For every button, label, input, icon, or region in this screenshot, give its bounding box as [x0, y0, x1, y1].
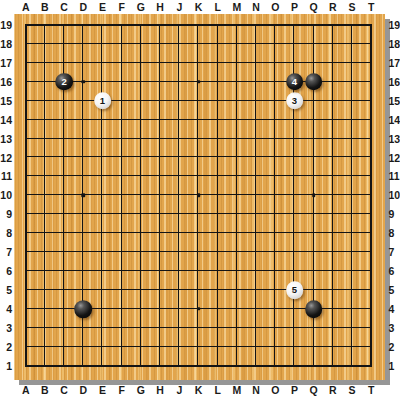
board-cell	[63, 119, 82, 138]
coord-top-L: L	[214, 1, 220, 13]
board-cell	[178, 43, 197, 62]
coord-right-1: 1	[389, 360, 395, 372]
board-cell	[25, 119, 44, 138]
board-cell	[82, 270, 101, 289]
board-cell	[82, 251, 101, 270]
board-cell	[140, 43, 159, 62]
board-cell	[274, 232, 293, 251]
coord-top-H: H	[156, 1, 164, 13]
board-cell	[25, 43, 44, 62]
board-cell	[197, 175, 216, 194]
board-cell	[140, 346, 159, 365]
coord-left-5: 5	[0, 284, 12, 296]
board-cell	[121, 81, 140, 100]
stone-move-number: 1	[100, 96, 105, 106]
board-cell	[236, 156, 255, 175]
board-cell	[101, 156, 120, 175]
board-cell	[178, 213, 197, 232]
board-cell	[82, 119, 101, 138]
board-cell	[313, 194, 332, 213]
board-cell	[217, 100, 236, 119]
coord-left-9: 9	[0, 208, 12, 220]
coord-right-5: 5	[389, 284, 395, 296]
board-cell	[140, 138, 159, 157]
go-diagram: AABBCCDDEEFFGGHHJJKKLLMMNNOOPPQQRRSSTT19…	[0, 0, 400, 400]
board-cell	[178, 327, 197, 346]
board-cell	[159, 119, 178, 138]
board-cell	[332, 270, 351, 289]
coord-bottom-M: M	[233, 384, 242, 396]
coord-bottom-K: K	[195, 384, 203, 396]
board-cell	[197, 232, 216, 251]
coord-top-T: T	[368, 1, 374, 13]
board-cell	[351, 100, 370, 119]
coord-left-14: 14	[0, 114, 12, 126]
board-cell	[313, 232, 332, 251]
board-cell	[351, 138, 370, 157]
board-cell	[159, 270, 178, 289]
board-cell	[82, 43, 101, 62]
board-cell	[197, 194, 216, 213]
board-cell	[255, 270, 274, 289]
board-cell	[332, 43, 351, 62]
coord-bottom-P: P	[291, 384, 298, 396]
coord-left-16: 16	[0, 76, 12, 88]
star-point-K4	[197, 307, 201, 311]
board-cell	[140, 81, 159, 100]
board-cell	[255, 119, 274, 138]
board-cell	[159, 232, 178, 251]
board-cell	[351, 81, 370, 100]
board-cell	[255, 194, 274, 213]
board-cell	[293, 194, 312, 213]
board-cell	[159, 81, 178, 100]
board-cell	[178, 119, 197, 138]
board-cell	[121, 100, 140, 119]
board-cell	[197, 156, 216, 175]
board-cell	[178, 156, 197, 175]
board-cell	[44, 346, 63, 365]
board-cell	[255, 62, 274, 81]
stone-white-P15[interactable]: 3	[286, 92, 304, 110]
board-cell	[332, 251, 351, 270]
board-cell	[293, 138, 312, 157]
board-cell	[255, 24, 274, 43]
coord-top-Q: Q	[310, 1, 318, 13]
board-cell	[82, 327, 101, 346]
board-cell	[255, 232, 274, 251]
board-cell	[351, 346, 370, 365]
coord-left-7: 7	[0, 246, 12, 258]
board-cell	[140, 24, 159, 43]
board-cell	[217, 43, 236, 62]
board-cell	[197, 289, 216, 308]
board-cell	[63, 138, 82, 157]
board-cell	[159, 194, 178, 213]
board-cell	[159, 62, 178, 81]
coord-right-12: 12	[389, 152, 400, 164]
coord-right-4: 4	[389, 303, 395, 315]
board-cell	[332, 156, 351, 175]
board-cell	[197, 346, 216, 365]
coord-bottom-S: S	[349, 384, 356, 396]
board-cell	[25, 289, 44, 308]
stone-white-E15[interactable]: 1	[94, 92, 112, 110]
board-cell	[159, 213, 178, 232]
board-cell	[217, 308, 236, 327]
stone-black-D4[interactable]	[75, 300, 93, 318]
board-cell	[101, 194, 120, 213]
board-cell	[274, 24, 293, 43]
board-cell	[121, 308, 140, 327]
board-cell	[63, 270, 82, 289]
coord-left-11: 11	[0, 170, 12, 182]
board-cell	[178, 81, 197, 100]
board-cell	[293, 213, 312, 232]
board-cell	[313, 213, 332, 232]
board-cell	[178, 24, 197, 43]
board-cell	[236, 289, 255, 308]
coord-right-16: 16	[389, 76, 400, 88]
board-cell	[197, 270, 216, 289]
board-cell	[178, 138, 197, 157]
coord-top-R: R	[329, 1, 337, 13]
board-cell	[293, 119, 312, 138]
board-cell	[351, 62, 370, 81]
board-cell	[101, 62, 120, 81]
board-cell	[274, 346, 293, 365]
coord-bottom-L: L	[214, 384, 220, 396]
coord-top-O: O	[271, 1, 279, 13]
board-cell	[332, 24, 351, 43]
board-cell	[121, 289, 140, 308]
board-cell	[332, 308, 351, 327]
board-cell	[82, 213, 101, 232]
coord-top-B: B	[41, 1, 49, 13]
board-cell	[44, 175, 63, 194]
coord-left-8: 8	[0, 227, 12, 239]
board-cell	[140, 100, 159, 119]
board-cell	[293, 327, 312, 346]
board-cell	[351, 43, 370, 62]
board-cell	[159, 289, 178, 308]
board-cell	[44, 24, 63, 43]
board-cell	[121, 194, 140, 213]
board-cell	[351, 156, 370, 175]
coord-top-A: A	[22, 1, 30, 13]
coord-top-E: E	[99, 1, 106, 13]
board-cell	[217, 327, 236, 346]
coord-top-M: M	[233, 1, 242, 13]
board-cell	[255, 308, 274, 327]
coord-top-N: N	[252, 1, 260, 13]
board-cell	[197, 24, 216, 43]
coord-left-2: 2	[0, 341, 12, 353]
stone-black-C16[interactable]: 2	[55, 73, 73, 91]
board-cell	[63, 156, 82, 175]
board-cell	[25, 213, 44, 232]
board-cell	[140, 251, 159, 270]
coord-right-17: 17	[389, 57, 400, 69]
board-cell	[236, 62, 255, 81]
coord-bottom-E: E	[99, 384, 106, 396]
coord-top-C: C	[60, 1, 68, 13]
stone-white-P5[interactable]: 5	[286, 281, 304, 299]
board-cell	[63, 43, 82, 62]
board-cell	[236, 251, 255, 270]
board-cell	[121, 43, 140, 62]
board-cell	[25, 251, 44, 270]
coord-left-17: 17	[0, 57, 12, 69]
board-cell	[255, 138, 274, 157]
stone-black-Q16[interactable]	[305, 73, 323, 91]
board-cell	[140, 213, 159, 232]
coord-bottom-A: A	[22, 384, 30, 396]
board-cell	[63, 194, 82, 213]
coord-bottom-H: H	[156, 384, 164, 396]
star-point-K10	[197, 194, 201, 198]
board-cell	[197, 81, 216, 100]
board-cell	[236, 81, 255, 100]
coord-top-F: F	[118, 1, 124, 13]
board-cell	[293, 232, 312, 251]
board-cell	[44, 289, 63, 308]
board-cell	[82, 138, 101, 157]
board-cell	[121, 138, 140, 157]
board-cell	[197, 119, 216, 138]
board-cell	[217, 194, 236, 213]
board-cell	[332, 327, 351, 346]
board-cell	[121, 213, 140, 232]
board-cell	[274, 327, 293, 346]
board-cell	[159, 156, 178, 175]
board-cell	[197, 62, 216, 81]
board-cell	[236, 213, 255, 232]
board-cell	[313, 119, 332, 138]
board-cell	[236, 43, 255, 62]
board-cell	[159, 43, 178, 62]
stone-black-P16[interactable]: 4	[286, 73, 304, 91]
coord-left-6: 6	[0, 265, 12, 277]
board-cell	[332, 138, 351, 157]
board-cell	[159, 175, 178, 194]
board-cell	[159, 327, 178, 346]
stone-move-number: 4	[292, 77, 297, 87]
board-cell	[236, 270, 255, 289]
board-cell	[351, 327, 370, 346]
board-cell	[121, 327, 140, 346]
board-cell	[236, 194, 255, 213]
board-cell	[293, 156, 312, 175]
board-cell	[44, 119, 63, 138]
star-point-D10	[82, 194, 86, 198]
board-cell	[313, 138, 332, 157]
board-cell	[121, 232, 140, 251]
board-cell	[140, 232, 159, 251]
board-cell	[313, 175, 332, 194]
board-cell	[44, 308, 63, 327]
coord-top-G: G	[137, 1, 145, 13]
board-cell	[25, 100, 44, 119]
board-cell	[313, 251, 332, 270]
board-cell	[293, 24, 312, 43]
board-cell	[101, 346, 120, 365]
coord-right-6: 6	[389, 265, 395, 277]
board-cell	[332, 346, 351, 365]
coord-bottom-Q: Q	[310, 384, 318, 396]
board-cell	[63, 213, 82, 232]
board-cell	[313, 100, 332, 119]
board-cell	[197, 100, 216, 119]
coord-left-10: 10	[0, 189, 12, 201]
board-cell	[332, 62, 351, 81]
board-cell	[178, 308, 197, 327]
board-cell	[313, 346, 332, 365]
board-cell	[101, 270, 120, 289]
board-cell	[178, 251, 197, 270]
board-cell	[25, 62, 44, 81]
board-cell	[101, 138, 120, 157]
coord-bottom-F: F	[118, 384, 124, 396]
board-cell	[217, 270, 236, 289]
board-cell	[82, 175, 101, 194]
board-cell	[159, 138, 178, 157]
board-cell	[255, 289, 274, 308]
board-cell	[63, 232, 82, 251]
board-cell	[217, 175, 236, 194]
board-cell	[255, 251, 274, 270]
coord-right-11: 11	[389, 170, 400, 182]
board-cell	[293, 346, 312, 365]
board-cell	[236, 175, 255, 194]
board-cell	[44, 138, 63, 157]
board-cell	[121, 175, 140, 194]
board-cell	[236, 308, 255, 327]
board-cell	[82, 24, 101, 43]
stone-black-Q4[interactable]	[305, 300, 323, 318]
board-cell	[274, 175, 293, 194]
board-cell	[140, 119, 159, 138]
board-cell	[255, 213, 274, 232]
board-cell	[25, 81, 44, 100]
board-cell	[101, 327, 120, 346]
board-cell	[293, 175, 312, 194]
board-cell	[332, 100, 351, 119]
board-cell	[351, 213, 370, 232]
board-cell	[332, 194, 351, 213]
board-cell	[351, 308, 370, 327]
board-cell	[313, 327, 332, 346]
board-cell	[236, 119, 255, 138]
board-cell	[159, 251, 178, 270]
coord-right-3: 3	[389, 322, 395, 334]
board-cell	[351, 24, 370, 43]
board-cell	[332, 81, 351, 100]
board-cell	[332, 213, 351, 232]
coord-right-15: 15	[389, 95, 400, 107]
coord-left-4: 4	[0, 303, 12, 315]
coord-bottom-R: R	[329, 384, 337, 396]
board-cell	[351, 194, 370, 213]
board-cell	[332, 175, 351, 194]
stone-move-number: 5	[292, 285, 297, 295]
star-point-K16	[197, 80, 201, 84]
board-cell	[217, 346, 236, 365]
board-cell	[332, 289, 351, 308]
board-cell	[140, 289, 159, 308]
board-cell	[274, 138, 293, 157]
star-point-Q10	[312, 194, 316, 198]
board-cell	[159, 346, 178, 365]
stone-move-number: 2	[61, 77, 66, 87]
board-cell	[332, 232, 351, 251]
board-cell	[101, 232, 120, 251]
coord-right-2: 2	[389, 341, 395, 353]
coord-bottom-T: T	[368, 384, 374, 396]
board-cell	[44, 43, 63, 62]
board-cell	[101, 24, 120, 43]
board-cell	[178, 346, 197, 365]
board-cell	[140, 270, 159, 289]
board-cell	[25, 327, 44, 346]
board-cell	[313, 43, 332, 62]
board-cell	[217, 62, 236, 81]
coord-left-3: 3	[0, 322, 12, 334]
board-cell	[332, 119, 351, 138]
board-cell	[121, 346, 140, 365]
coord-top-J: J	[176, 1, 182, 13]
board-cell	[274, 156, 293, 175]
board-cell	[197, 327, 216, 346]
board-cell	[63, 327, 82, 346]
board-cell	[63, 100, 82, 119]
board-cell	[274, 119, 293, 138]
board-cell	[217, 156, 236, 175]
board-cell	[351, 175, 370, 194]
board-cell	[140, 327, 159, 346]
board-cell	[140, 175, 159, 194]
board-cell	[178, 100, 197, 119]
board-cell	[82, 156, 101, 175]
board-cell	[255, 100, 274, 119]
board-cell	[101, 308, 120, 327]
board-cell	[274, 251, 293, 270]
board-cell	[178, 194, 197, 213]
board-cell	[178, 232, 197, 251]
coord-bottom-N: N	[252, 384, 260, 396]
star-point-D16	[82, 80, 86, 84]
coord-top-D: D	[80, 1, 88, 13]
board-cell	[313, 156, 332, 175]
board-cell	[25, 308, 44, 327]
board-cell	[44, 232, 63, 251]
board-cell	[178, 270, 197, 289]
board-cell	[236, 232, 255, 251]
coord-left-15: 15	[0, 95, 12, 107]
board-cell	[351, 119, 370, 138]
board-cell	[82, 62, 101, 81]
coord-right-7: 7	[389, 246, 395, 258]
coord-top-P: P	[291, 1, 298, 13]
board-cell	[25, 175, 44, 194]
board-cell	[351, 251, 370, 270]
board-cell	[313, 270, 332, 289]
board-cell	[101, 43, 120, 62]
coord-left-1: 1	[0, 360, 12, 372]
board-cell	[293, 43, 312, 62]
coord-right-9: 9	[389, 208, 395, 220]
coord-bottom-B: B	[41, 384, 49, 396]
